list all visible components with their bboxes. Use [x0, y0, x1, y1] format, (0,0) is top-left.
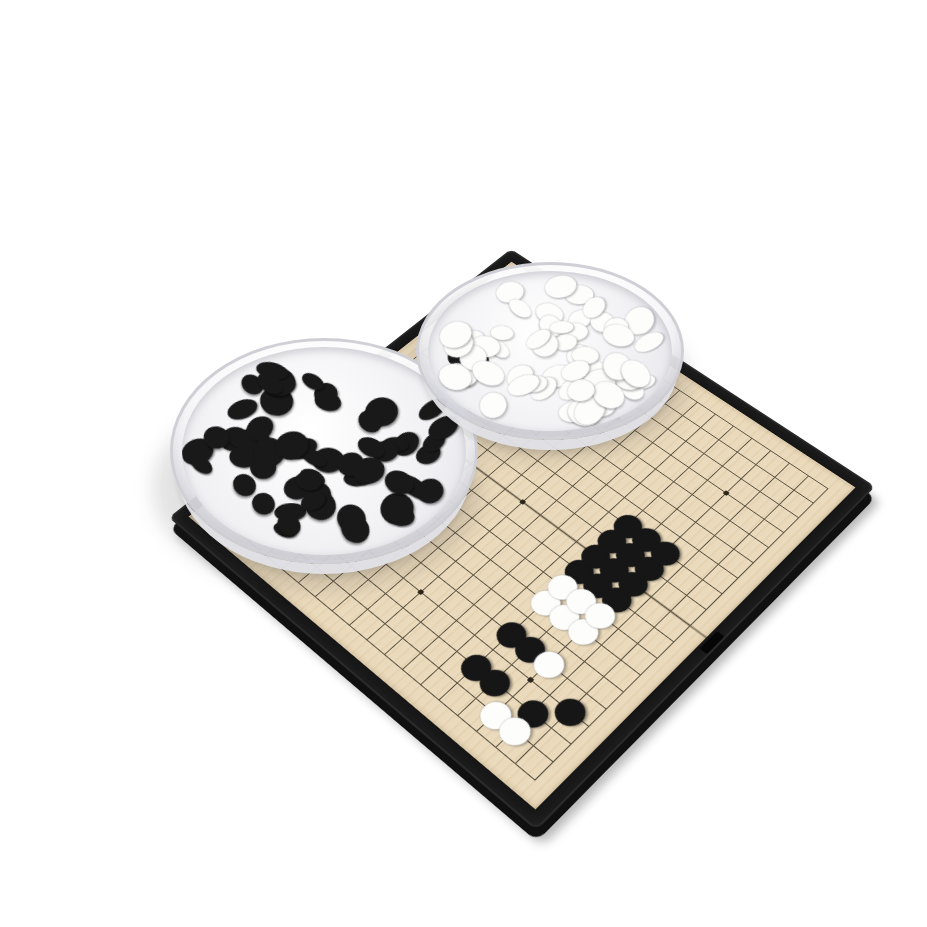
black-tray-stone[interactable]: ●: [310, 384, 346, 415]
product-photo-canvas: ●●●●●●●●●●●●●●●●●●●●●●●●●●● ●●●●●●●●●●●●…: [0, 0, 927, 927]
white-tray-stone[interactable]: ●: [563, 372, 598, 405]
black-tray-stone[interactable]: ●: [200, 419, 233, 452]
white-stone-tray[interactable]: ●●●●●●●●●●●●●●●●●●●●●●●●●●●●●●●●●●●●●●●●…: [416, 262, 684, 440]
black-stone[interactable]: ●: [550, 694, 587, 727]
white-tray-stone[interactable]: ●: [548, 317, 576, 334]
black-tray-stone[interactable]: ●: [248, 450, 279, 481]
white-stone[interactable]: ●: [495, 713, 532, 746]
white-stone[interactable]: ●: [529, 647, 565, 679]
black-tray-stone[interactable]: ●: [384, 498, 419, 529]
black-tray-stone[interactable]: ●: [347, 447, 390, 488]
white-tray-cavity: ●●●●●●●●●●●●●●●●●●●●●●●●●●●●●●●●●●●●●●●●…: [428, 271, 672, 431]
